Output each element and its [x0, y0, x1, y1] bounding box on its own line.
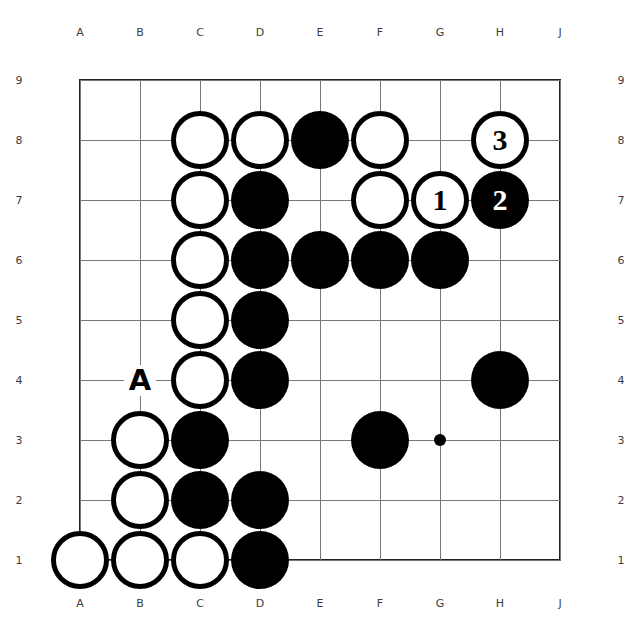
column-label-D: D: [230, 596, 290, 612]
black-stone-F6: [351, 231, 409, 289]
point-H8[interactable]: 3: [470, 110, 530, 170]
point-A6[interactable]: [50, 230, 110, 290]
white-stone-F7: [351, 171, 409, 229]
white-stone-B2: [111, 471, 169, 529]
point-B4[interactable]: A: [110, 350, 170, 410]
white-stone-C1: [171, 531, 229, 589]
point-J8[interactable]: [530, 110, 590, 170]
row-label-4: 4: [608, 350, 634, 410]
point-J5[interactable]: [530, 290, 590, 350]
black-stone-F3: [351, 411, 409, 469]
point-B1[interactable]: [110, 530, 170, 590]
column-label-B: B: [110, 25, 170, 41]
move-number-3: 3: [493, 125, 508, 155]
point-J6[interactable]: [530, 230, 590, 290]
column-label-D: D: [230, 25, 290, 41]
point-D3[interactable]: [230, 410, 290, 470]
point-E9[interactable]: [290, 50, 350, 110]
row-label-1: 1: [608, 530, 634, 590]
row-label-6: 6: [6, 230, 32, 290]
column-label-G: G: [410, 596, 470, 612]
point-G4[interactable]: [410, 350, 470, 410]
point-B6[interactable]: [110, 230, 170, 290]
point-F7[interactable]: [350, 170, 410, 230]
point-E6[interactable]: [290, 230, 350, 290]
column-label-A: A: [50, 25, 110, 41]
black-stone-D1: [231, 531, 289, 589]
point-H4[interactable]: [470, 350, 530, 410]
column-labels-top: ABCDEFGHJ: [50, 25, 590, 41]
point-H3[interactable]: [470, 410, 530, 470]
point-E8[interactable]: [290, 110, 350, 170]
column-label-J: J: [530, 25, 590, 41]
point-A2[interactable]: [50, 470, 110, 530]
point-F9[interactable]: [350, 50, 410, 110]
column-label-H: H: [470, 25, 530, 41]
point-B8[interactable]: [110, 110, 170, 170]
point-C8[interactable]: [170, 110, 230, 170]
point-D8[interactable]: [230, 110, 290, 170]
point-A4[interactable]: [50, 350, 110, 410]
point-H5[interactable]: [470, 290, 530, 350]
point-E2[interactable]: [290, 470, 350, 530]
point-F5[interactable]: [350, 290, 410, 350]
white-stone-B3: [111, 411, 169, 469]
point-G9[interactable]: [410, 50, 470, 110]
black-stone-D5: [231, 291, 289, 349]
black-stone-D6: [231, 231, 289, 289]
point-F3[interactable]: [350, 410, 410, 470]
row-label-7: 7: [608, 170, 634, 230]
column-label-E: E: [290, 596, 350, 612]
black-stone-H7: 2: [471, 171, 529, 229]
point-G6[interactable]: [410, 230, 470, 290]
column-label-C: C: [170, 25, 230, 41]
point-C3[interactable]: [170, 410, 230, 470]
point-A1[interactable]: [50, 530, 110, 590]
point-E5[interactable]: [290, 290, 350, 350]
point-J2[interactable]: [530, 470, 590, 530]
white-stone-C5: [171, 291, 229, 349]
point-C6[interactable]: [170, 230, 230, 290]
point-B3[interactable]: [110, 410, 170, 470]
point-A3[interactable]: [50, 410, 110, 470]
point-D7[interactable]: [230, 170, 290, 230]
column-label-A: A: [50, 596, 110, 612]
point-H7[interactable]: 2: [470, 170, 530, 230]
white-stone-C6: [171, 231, 229, 289]
column-label-F: F: [350, 596, 410, 612]
point-label-A: A: [124, 365, 156, 396]
black-stone-C3: [171, 411, 229, 469]
row-labels-right: 987654321: [608, 50, 634, 590]
point-C7[interactable]: [170, 170, 230, 230]
row-label-3: 3: [608, 410, 634, 470]
point-J7[interactable]: [530, 170, 590, 230]
point-B7[interactable]: [110, 170, 170, 230]
go-diagram: ABCDEFGHJ ABCDEFGHJ 987654321 987654321 …: [0, 0, 640, 640]
column-label-J: J: [530, 596, 590, 612]
white-stone-C7: [171, 171, 229, 229]
point-J4[interactable]: [530, 350, 590, 410]
point-E1[interactable]: [290, 530, 350, 590]
point-B2[interactable]: [110, 470, 170, 530]
point-H9[interactable]: [470, 50, 530, 110]
point-D4[interactable]: [230, 350, 290, 410]
row-label-5: 5: [6, 290, 32, 350]
column-label-C: C: [170, 596, 230, 612]
black-stone-E6: [291, 231, 349, 289]
star-point-G3: [434, 434, 446, 446]
white-stone-B1: [111, 531, 169, 589]
row-label-4: 4: [6, 350, 32, 410]
black-stone-H4: [471, 351, 529, 409]
point-G5[interactable]: [410, 290, 470, 350]
black-stone-E8: [291, 111, 349, 169]
point-G1[interactable]: [410, 530, 470, 590]
point-F8[interactable]: [350, 110, 410, 170]
point-D6[interactable]: [230, 230, 290, 290]
point-F4[interactable]: [350, 350, 410, 410]
point-D2[interactable]: [230, 470, 290, 530]
point-J3[interactable]: [530, 410, 590, 470]
point-J1[interactable]: [530, 530, 590, 590]
point-D9[interactable]: [230, 50, 290, 110]
point-A5[interactable]: [50, 290, 110, 350]
row-label-1: 1: [6, 530, 32, 590]
column-label-E: E: [290, 25, 350, 41]
black-stone-C2: [171, 471, 229, 529]
move-number-2: 2: [493, 185, 508, 215]
column-label-H: H: [470, 596, 530, 612]
point-E3[interactable]: [290, 410, 350, 470]
black-stone-D4: [231, 351, 289, 409]
point-A7[interactable]: [50, 170, 110, 230]
row-label-2: 2: [608, 470, 634, 530]
row-label-8: 8: [608, 110, 634, 170]
row-labels-left: 987654321: [6, 50, 32, 590]
point-B9[interactable]: [110, 50, 170, 110]
black-stone-D7: [231, 171, 289, 229]
point-J9[interactable]: [530, 50, 590, 110]
row-label-3: 3: [6, 410, 32, 470]
white-stone-D8: [231, 111, 289, 169]
point-F1[interactable]: [350, 530, 410, 590]
point-G3[interactable]: [410, 410, 470, 470]
point-H2[interactable]: [470, 470, 530, 530]
point-G2[interactable]: [410, 470, 470, 530]
row-label-6: 6: [608, 230, 634, 290]
point-A9[interactable]: [50, 50, 110, 110]
point-C5[interactable]: [170, 290, 230, 350]
point-E7[interactable]: [290, 170, 350, 230]
point-F6[interactable]: [350, 230, 410, 290]
white-stone-F8: [351, 111, 409, 169]
point-H1[interactable]: [470, 530, 530, 590]
white-stone-G7: 1: [411, 171, 469, 229]
board-grid: 312A: [50, 50, 590, 590]
white-stone-C4: [171, 351, 229, 409]
column-label-G: G: [410, 25, 470, 41]
move-number-1: 1: [433, 185, 448, 215]
point-C4[interactable]: [170, 350, 230, 410]
point-G8[interactable]: [410, 110, 470, 170]
point-D5[interactable]: [230, 290, 290, 350]
row-label-9: 9: [608, 50, 634, 110]
row-label-2: 2: [6, 470, 32, 530]
point-C9[interactable]: [170, 50, 230, 110]
column-label-B: B: [110, 596, 170, 612]
point-H6[interactable]: [470, 230, 530, 290]
point-C1[interactable]: [170, 530, 230, 590]
row-label-8: 8: [6, 110, 32, 170]
point-G7[interactable]: 1: [410, 170, 470, 230]
point-D1[interactable]: [230, 530, 290, 590]
row-label-7: 7: [6, 170, 32, 230]
point-E4[interactable]: [290, 350, 350, 410]
white-stone-C8: [171, 111, 229, 169]
column-label-F: F: [350, 25, 410, 41]
column-labels-bottom: ABCDEFGHJ: [50, 596, 590, 612]
row-label-9: 9: [6, 50, 32, 110]
point-C2[interactable]: [170, 470, 230, 530]
black-stone-G6: [411, 231, 469, 289]
white-stone-A1: [51, 531, 109, 589]
white-stone-H8: 3: [471, 111, 529, 169]
black-stone-D2: [231, 471, 289, 529]
point-F2[interactable]: [350, 470, 410, 530]
point-A8[interactable]: [50, 110, 110, 170]
point-B5[interactable]: [110, 290, 170, 350]
row-label-5: 5: [608, 290, 634, 350]
